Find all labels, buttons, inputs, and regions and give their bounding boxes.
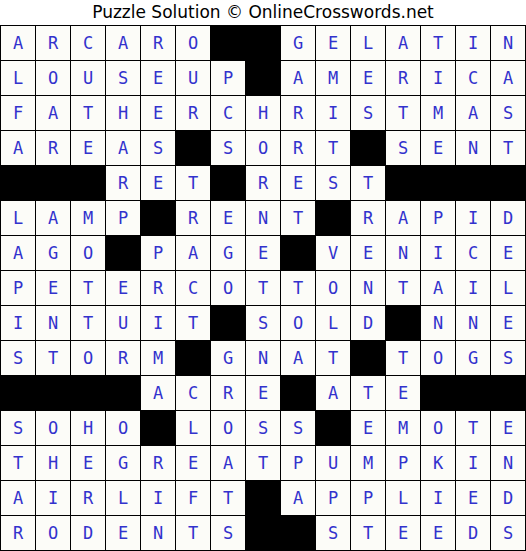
grid-cell-r11c10: A <box>316 376 350 410</box>
block-cell-r11c4 <box>106 376 140 410</box>
cell-letter: R <box>188 208 198 228</box>
cell-letter: N <box>503 453 513 473</box>
grid-cell-r14c15: D <box>491 481 525 515</box>
cell-letter: G <box>48 243 58 263</box>
grid-cell-r3c8: H <box>246 96 280 130</box>
grid-cell-r15c14: D <box>456 516 490 550</box>
grid-cell-r1c6: O <box>176 26 210 60</box>
grid-cell-r15c5: N <box>141 516 175 550</box>
cell-letter: R <box>13 523 23 543</box>
grid-cell-r10c2: T <box>36 341 70 375</box>
grid-cell-r1c1: A <box>1 26 35 60</box>
cell-letter: P <box>328 488 338 508</box>
grid-cell-r14c5: I <box>141 481 175 515</box>
cell-letter: S <box>13 348 23 368</box>
cell-letter: E <box>153 173 163 193</box>
cell-letter: T <box>363 383 373 403</box>
grid-cell-r7c10: V <box>316 236 350 270</box>
grid-cell-r6c8: N <box>246 201 280 235</box>
cell-letter: H <box>258 103 268 123</box>
cell-letter: A <box>398 208 408 228</box>
cell-letter: R <box>398 68 408 88</box>
grid-cell-r12c6: L <box>176 411 210 445</box>
block-cell-r5c3 <box>71 166 105 200</box>
block-cell-r1c7 <box>211 26 245 60</box>
cell-letter: N <box>48 313 58 333</box>
cell-letter: S <box>118 68 128 88</box>
cell-letter: S <box>13 418 23 438</box>
grid-cell-r2c11: E <box>351 61 385 95</box>
cell-letter: T <box>83 278 93 298</box>
cell-letter: A <box>48 208 58 228</box>
grid-cell-r8c12: T <box>386 271 420 305</box>
grid-cell-r4c14: N <box>456 131 490 165</box>
cell-letter: E <box>503 243 513 263</box>
block-cell-r15c9 <box>281 516 315 550</box>
cell-letter: O <box>48 68 58 88</box>
page-title: Puzzle Solution © OnlineCrosswords.net <box>0 0 526 25</box>
grid-cell-r13c3: E <box>71 446 105 480</box>
grid-cell-r14c11: P <box>351 481 385 515</box>
cell-letter: S <box>223 138 233 158</box>
cell-letter: N <box>258 208 268 228</box>
grid-cell-r13c6: E <box>176 446 210 480</box>
block-cell-r11c14 <box>456 376 490 410</box>
grid-cell-r2c15: A <box>491 61 525 95</box>
grid-cell-r3c4: H <box>106 96 140 130</box>
block-cell-r11c9 <box>281 376 315 410</box>
cell-letter: R <box>153 33 163 53</box>
grid-cell-r12c11: E <box>351 411 385 445</box>
grid-cell-r11c11: T <box>351 376 385 410</box>
grid-cell-r6c9: T <box>281 201 315 235</box>
cell-letter: I <box>48 488 58 508</box>
grid-cell-r13c1: T <box>1 446 35 480</box>
grid-cell-r9c4: U <box>106 306 140 340</box>
grid-cell-r3c1: F <box>1 96 35 130</box>
cell-letter: R <box>258 173 268 193</box>
grid-cell-r2c2: O <box>36 61 70 95</box>
cell-letter: S <box>398 138 408 158</box>
cell-letter: O <box>433 348 443 368</box>
cell-letter: C <box>188 278 198 298</box>
grid-cell-r3c14: A <box>456 96 490 130</box>
grid-cell-r15c10: S <box>316 516 350 550</box>
grid-cell-r11c7: R <box>211 376 245 410</box>
grid-cell-r4c2: R <box>36 131 70 165</box>
grid-cell-r7c6: A <box>176 236 210 270</box>
grid-cell-r6c3: M <box>71 201 105 235</box>
cell-letter: T <box>363 523 373 543</box>
grid-cell-r8c11: N <box>351 271 385 305</box>
block-cell-r5c7 <box>211 166 245 200</box>
cell-letter: I <box>153 313 163 333</box>
cell-letter: G <box>468 348 478 368</box>
cell-letter: E <box>153 103 163 123</box>
cell-letter: L <box>118 488 128 508</box>
cell-letter: A <box>188 243 198 263</box>
grid-cell-r4c12: S <box>386 131 420 165</box>
cell-letter: P <box>363 488 373 508</box>
grid-cell-r14c7: T <box>211 481 245 515</box>
grid-cell-r8c9: T <box>281 271 315 305</box>
grid-cell-r12c8: S <box>246 411 280 445</box>
cell-letter: T <box>188 173 198 193</box>
cell-letter: N <box>503 33 513 53</box>
cell-letter: R <box>223 383 233 403</box>
grid-cell-r2c13: I <box>421 61 455 95</box>
cell-letter: E <box>188 453 198 473</box>
cell-letter: O <box>433 418 443 438</box>
cell-letter: N <box>468 138 478 158</box>
grid-cell-r1c14: I <box>456 26 490 60</box>
cell-letter: S <box>258 418 268 438</box>
cell-letter: T <box>398 103 408 123</box>
grid-cell-r5c10: S <box>316 166 350 200</box>
grid-cell-r13c15: N <box>491 446 525 480</box>
cell-letter: E <box>83 453 93 473</box>
cell-letter: R <box>153 278 163 298</box>
grid-cell-r12c3: H <box>71 411 105 445</box>
cell-letter: S <box>258 313 268 333</box>
grid-cell-r5c11: T <box>351 166 385 200</box>
cell-letter: A <box>48 103 58 123</box>
cell-letter: A <box>118 33 128 53</box>
grid-cell-r15c15: S <box>491 516 525 550</box>
block-cell-r10c11 <box>351 341 385 375</box>
grid-cell-r12c2: O <box>36 411 70 445</box>
block-cell-r12c5 <box>141 411 175 445</box>
cell-letter: E <box>363 418 373 438</box>
block-cell-r12c10 <box>316 411 350 445</box>
cell-letter: A <box>503 68 513 88</box>
cell-letter: E <box>48 278 58 298</box>
grid-cell-r1c9: G <box>281 26 315 60</box>
grid-cell-r8c7: O <box>211 271 245 305</box>
cell-letter: U <box>83 68 93 88</box>
block-cell-r5c12 <box>386 166 420 200</box>
cell-letter: R <box>118 173 128 193</box>
block-cell-r11c13 <box>421 376 455 410</box>
cell-letter: A <box>13 488 23 508</box>
block-cell-r15c8 <box>246 516 280 550</box>
cell-letter: D <box>363 313 373 333</box>
cell-letter: P <box>118 208 128 228</box>
grid-cell-r6c6: R <box>176 201 210 235</box>
grid-cell-r2c10: M <box>316 61 350 95</box>
cell-letter: S <box>503 523 513 543</box>
grid-cell-r2c12: R <box>386 61 420 95</box>
block-cell-r9c7 <box>211 306 245 340</box>
cell-letter: T <box>293 208 303 228</box>
cell-letter: D <box>503 208 513 228</box>
cell-letter: H <box>48 453 58 473</box>
grid-cell-r14c9: A <box>281 481 315 515</box>
cell-letter: O <box>118 418 128 438</box>
grid-cell-r1c15: N <box>491 26 525 60</box>
cell-letter: T <box>13 453 23 473</box>
grid-cell-r1c2: R <box>36 26 70 60</box>
cell-letter: A <box>223 453 233 473</box>
puzzle-solution-page: Puzzle Solution © OnlineCrosswords.net A… <box>0 0 526 551</box>
block-cell-r2c8 <box>246 61 280 95</box>
cell-letter: A <box>328 383 338 403</box>
cell-letter: T <box>468 418 478 438</box>
cell-letter: S <box>503 103 513 123</box>
cell-letter: S <box>363 103 373 123</box>
cell-letter: O <box>188 33 198 53</box>
block-cell-r7c9 <box>281 236 315 270</box>
grid-cell-r3c7: C <box>211 96 245 130</box>
grid-cell-r3c3: T <box>71 96 105 130</box>
cell-letter: U <box>188 68 198 88</box>
grid-cell-r12c14: T <box>456 411 490 445</box>
cell-letter: A <box>118 138 128 158</box>
block-cell-r10c6 <box>176 341 210 375</box>
cell-letter: E <box>328 33 338 53</box>
cell-letter: M <box>433 103 443 123</box>
grid-cell-r9c11: D <box>351 306 385 340</box>
cell-letter: T <box>328 138 338 158</box>
cell-letter: A <box>293 488 303 508</box>
cell-letter: R <box>48 138 58 158</box>
grid-cell-r3c9: R <box>281 96 315 130</box>
cell-letter: R <box>293 138 303 158</box>
grid-cell-r13c9: P <box>281 446 315 480</box>
cell-letter: G <box>293 33 303 53</box>
grid-cell-r7c13: I <box>421 236 455 270</box>
grid-cell-r8c1: P <box>1 271 35 305</box>
cell-letter: E <box>153 68 163 88</box>
cell-letter: E <box>398 523 408 543</box>
grid-cell-r1c10: E <box>316 26 350 60</box>
grid-cell-r9c10: L <box>316 306 350 340</box>
cell-letter: U <box>118 313 128 333</box>
cell-letter: F <box>188 488 198 508</box>
grid-cell-r3c5: E <box>141 96 175 130</box>
grid-cell-r9c5: I <box>141 306 175 340</box>
grid-cell-r14c12: L <box>386 481 420 515</box>
cell-letter: I <box>468 208 478 228</box>
grid-cell-r8c5: R <box>141 271 175 305</box>
cell-letter: E <box>258 243 268 263</box>
grid-cell-r13c2: H <box>36 446 70 480</box>
cell-letter: E <box>223 208 233 228</box>
grid-cell-r2c5: E <box>141 61 175 95</box>
grid-cell-r12c13: O <box>421 411 455 445</box>
cell-letter: D <box>503 488 513 508</box>
block-cell-r6c10 <box>316 201 350 235</box>
grid-cell-r7c5: P <box>141 236 175 270</box>
cell-letter: F <box>13 103 23 123</box>
cell-letter: L <box>188 418 198 438</box>
grid-cell-r6c12: A <box>386 201 420 235</box>
cell-letter: A <box>153 383 163 403</box>
grid-cell-r13c8: T <box>246 446 280 480</box>
grid-cell-r10c1: S <box>1 341 35 375</box>
cell-letter: A <box>398 33 408 53</box>
grid-cell-r4c4: A <box>106 131 140 165</box>
cell-letter: E <box>258 383 268 403</box>
cell-letter: V <box>328 243 338 263</box>
cell-letter: S <box>223 523 233 543</box>
grid-cell-r12c1: S <box>1 411 35 445</box>
grid-cell-r7c14: C <box>456 236 490 270</box>
crossword-grid: ARCAROGELATINLOUSEUPAMERICAFATHERCHRISTM… <box>0 25 526 551</box>
grid-cell-r2c4: S <box>106 61 140 95</box>
cell-letter: E <box>83 138 93 158</box>
cell-letter: H <box>83 418 93 438</box>
grid-cell-r6c4: P <box>106 201 140 235</box>
cell-letter: A <box>433 278 443 298</box>
cell-letter: N <box>363 278 373 298</box>
cell-letter: I <box>468 33 478 53</box>
grid-cell-r7c8: E <box>246 236 280 270</box>
cell-letter: E <box>118 523 128 543</box>
block-cell-r5c1 <box>1 166 35 200</box>
grid-cell-r9c2: N <box>36 306 70 340</box>
cell-letter: P <box>433 208 443 228</box>
grid-cell-r14c3: R <box>71 481 105 515</box>
grid-cell-r13c12: P <box>386 446 420 480</box>
grid-cell-r8c8: T <box>246 271 280 305</box>
grid-cell-r8c4: E <box>106 271 140 305</box>
block-cell-r7c4 <box>106 236 140 270</box>
grid-cell-r2c9: A <box>281 61 315 95</box>
grid-cell-r11c8: E <box>246 376 280 410</box>
grid-cell-r9c6: T <box>176 306 210 340</box>
grid-cell-r5c6: T <box>176 166 210 200</box>
grid-cell-r10c4: R <box>106 341 140 375</box>
grid-cell-r3c6: R <box>176 96 210 130</box>
cell-letter: T <box>398 348 408 368</box>
grid-cell-r7c12: N <box>386 236 420 270</box>
cell-letter: R <box>118 348 128 368</box>
grid-cell-r13c10: U <box>316 446 350 480</box>
grid-cell-r1c3: C <box>71 26 105 60</box>
grid-cell-r4c1: A <box>1 131 35 165</box>
grid-cell-r12c15: E <box>491 411 525 445</box>
cell-letter: T <box>363 173 373 193</box>
grid-cell-r9c13: N <box>421 306 455 340</box>
grid-cell-r10c14: G <box>456 341 490 375</box>
grid-cell-r4c9: R <box>281 131 315 165</box>
cell-letter: O <box>223 278 233 298</box>
grid-cell-r5c8: R <box>246 166 280 200</box>
cell-letter: L <box>363 33 373 53</box>
cell-letter: I <box>468 278 478 298</box>
grid-cell-r10c10: T <box>316 341 350 375</box>
cell-letter: O <box>83 243 93 263</box>
cell-letter: I <box>13 313 23 333</box>
grid-cell-r8c3: T <box>71 271 105 305</box>
cell-letter: E <box>503 418 513 438</box>
block-cell-r6c5 <box>141 201 175 235</box>
grid-cell-r15c12: E <box>386 516 420 550</box>
grid-cell-r11c12: E <box>386 376 420 410</box>
cell-letter: E <box>118 278 128 298</box>
grid-cell-r8c15: L <box>491 271 525 305</box>
cell-letter: R <box>363 208 373 228</box>
grid-cell-r14c1: A <box>1 481 35 515</box>
grid-cell-r7c11: E <box>351 236 385 270</box>
cell-letter: O <box>48 418 58 438</box>
cell-letter: T <box>293 278 303 298</box>
grid-cell-r13c5: R <box>141 446 175 480</box>
block-cell-r11c15 <box>491 376 525 410</box>
cell-letter: S <box>293 418 303 438</box>
cell-letter: E <box>468 488 478 508</box>
cell-letter: R <box>153 453 163 473</box>
grid-cell-r15c6: T <box>176 516 210 550</box>
grid-cell-r7c3: O <box>71 236 105 270</box>
cell-letter: P <box>398 453 408 473</box>
cell-letter: I <box>433 488 443 508</box>
grid-cell-r4c5: S <box>141 131 175 165</box>
block-cell-r4c11 <box>351 131 385 165</box>
block-cell-r11c3 <box>71 376 105 410</box>
cell-letter: E <box>433 523 443 543</box>
grid-cell-r1c13: T <box>421 26 455 60</box>
cell-letter: I <box>468 453 478 473</box>
block-cell-r14c8 <box>246 481 280 515</box>
cell-letter: H <box>118 103 128 123</box>
cell-letter: T <box>433 33 443 53</box>
grid-cell-r1c5: R <box>141 26 175 60</box>
cell-letter: P <box>153 243 163 263</box>
cell-letter: C <box>188 383 198 403</box>
cell-letter: R <box>188 103 198 123</box>
cell-letter: T <box>188 523 198 543</box>
cell-letter: L <box>398 488 408 508</box>
cell-letter: N <box>398 243 408 263</box>
grid-cell-r14c10: P <box>316 481 350 515</box>
grid-cell-r6c11: R <box>351 201 385 235</box>
cell-letter: M <box>363 453 373 473</box>
cell-letter: O <box>223 418 233 438</box>
cell-letter: A <box>13 243 23 263</box>
block-cell-r11c2 <box>36 376 70 410</box>
block-cell-r5c13 <box>421 166 455 200</box>
cell-letter: O <box>328 278 338 298</box>
grid-cell-r10c7: G <box>211 341 245 375</box>
grid-cell-r1c11: L <box>351 26 385 60</box>
cell-letter: G <box>118 453 128 473</box>
grid-cell-r7c15: E <box>491 236 525 270</box>
grid-cell-r13c13: K <box>421 446 455 480</box>
cell-letter: A <box>13 138 23 158</box>
grid-cell-r4c3: E <box>71 131 105 165</box>
cell-letter: T <box>328 348 338 368</box>
cell-letter: A <box>293 348 303 368</box>
grid-cell-r14c13: I <box>421 481 455 515</box>
cell-letter: T <box>83 313 93 333</box>
cell-letter: E <box>398 383 408 403</box>
grid-cell-r15c11: T <box>351 516 385 550</box>
grid-cell-r4c10: T <box>316 131 350 165</box>
grid-cell-r3c15: S <box>491 96 525 130</box>
grid-cell-r11c6: C <box>176 376 210 410</box>
cell-letter: M <box>153 348 163 368</box>
grid-cell-r5c9: E <box>281 166 315 200</box>
block-cell-r4c6 <box>176 131 210 165</box>
grid-cell-r11c5: A <box>141 376 175 410</box>
grid-cell-r14c4: L <box>106 481 140 515</box>
grid-cell-r3c12: T <box>386 96 420 130</box>
grid-cell-r13c14: I <box>456 446 490 480</box>
grid-cell-r12c9: S <box>281 411 315 445</box>
grid-cell-r9c9: O <box>281 306 315 340</box>
